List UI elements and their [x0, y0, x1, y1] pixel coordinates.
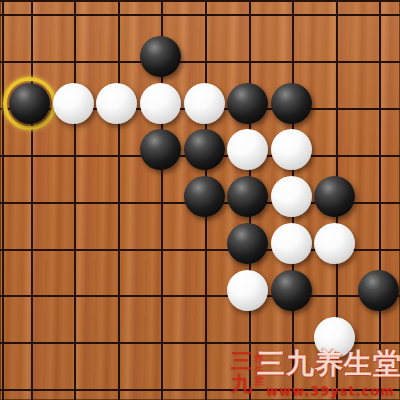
- grid-hline: [0, 61, 400, 63]
- grid-vline: [2, 0, 4, 400]
- stone-black: [271, 83, 312, 124]
- goban-board[interactable]: 三 九 养生堂 三九养生堂 www.39yst.com: [0, 0, 400, 400]
- grid-hline: [0, 389, 400, 391]
- stone-black: [140, 129, 181, 170]
- stone-white: [227, 270, 268, 311]
- grid-hline: [0, 0, 400, 2]
- stone-white: [53, 83, 94, 124]
- stone-black: [227, 176, 268, 217]
- stone-black: [358, 270, 399, 311]
- stone-black: [314, 176, 355, 217]
- stone-black: [184, 176, 225, 217]
- grid-vline: [74, 0, 76, 400]
- grid-hline: [0, 14, 400, 16]
- stone-white: [184, 83, 225, 124]
- stone-black: [9, 83, 50, 124]
- stone-white: [314, 317, 355, 358]
- grid-vline: [379, 0, 381, 400]
- stone-white: [314, 223, 355, 264]
- stone-black: [227, 83, 268, 124]
- stone-white: [271, 176, 312, 217]
- stone-black: [184, 129, 225, 170]
- stone-white: [96, 83, 137, 124]
- stone-white: [271, 223, 312, 264]
- grid-vline: [31, 0, 33, 400]
- stone-black: [227, 223, 268, 264]
- stone-white: [227, 129, 268, 170]
- stone-white: [271, 129, 312, 170]
- grid-vline: [118, 0, 120, 400]
- stone-white: [140, 83, 181, 124]
- grid-hline: [0, 295, 400, 297]
- stone-black: [140, 36, 181, 77]
- stone-black: [271, 270, 312, 311]
